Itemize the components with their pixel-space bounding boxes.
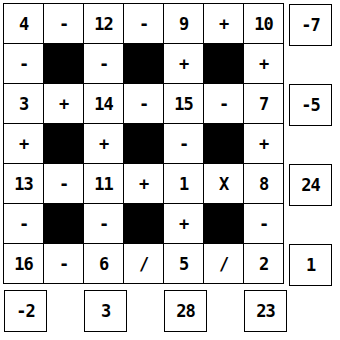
operator-cell-r2c7: + [244,44,283,83]
operator-cell-r4c5: - [164,124,203,163]
operator-cell-r7c6: / [204,244,243,283]
blocked-cell-r6c4 [124,204,163,243]
blocked-cell-r4c2 [44,124,83,163]
number-cell-r1c1: 4 [4,4,43,43]
row-result-1: -7 [289,4,332,46]
operator-cell-r5c4: + [124,164,163,203]
operator-cell-r2c1: - [4,44,43,83]
number-cell-r7c5: 5 [164,244,203,283]
operator-cell-r7c4: / [124,244,163,283]
number-cell-r5c1: 13 [4,164,43,203]
operator-cell-r2c5: + [164,44,203,83]
operator-cell-r5c2: - [44,164,83,203]
blocked-cell-r4c6 [204,124,243,163]
row-result-7: 1 [289,244,332,286]
operator-cell-r4c7: + [244,124,283,163]
crossmath-puzzle-board: 4-12-9+10--++3+14-15-7++-+13-11+1X8--+-1… [0,0,340,340]
blocked-cell-r2c2 [44,44,83,83]
number-cell-r3c3: 14 [84,84,123,123]
col-result-1: -2 [4,290,47,332]
operator-cell-r4c1: + [4,124,43,163]
number-cell-r3c7: 7 [244,84,283,123]
row-result-3: -5 [289,84,332,126]
col-result-7: 23 [244,290,287,332]
number-cell-r7c1: 16 [4,244,43,283]
number-cell-r5c3: 11 [84,164,123,203]
operator-cell-r6c3: - [84,204,123,243]
number-cell-r1c3: 12 [84,4,123,43]
row-result-5: 24 [289,164,332,206]
blocked-cell-r6c2 [44,204,83,243]
number-cell-r7c7: 2 [244,244,283,283]
number-cell-r5c7: 8 [244,164,283,203]
operator-cell-r7c2: - [44,244,83,283]
operator-cell-r6c1: - [4,204,43,243]
number-cell-r3c1: 3 [4,84,43,123]
operator-cell-r1c2: - [44,4,83,43]
operator-cell-r3c6: - [204,84,243,123]
col-result-3: 3 [84,290,127,332]
operator-cell-r6c5: + [164,204,203,243]
operator-cell-r3c4: - [124,84,163,123]
operator-cell-r3c2: + [44,84,83,123]
number-cell-r5c5: 1 [164,164,203,203]
col-result-5: 28 [164,290,207,332]
blocked-cell-r2c6 [204,44,243,83]
operator-cell-r1c4: - [124,4,163,43]
number-cell-r1c5: 9 [164,4,203,43]
number-cell-r3c5: 15 [164,84,203,123]
operator-cell-r6c7: - [244,204,283,243]
blocked-cell-r6c6 [204,204,243,243]
operator-cell-r1c6: + [204,4,243,43]
number-cell-r7c3: 6 [84,244,123,283]
blocked-cell-r2c4 [124,44,163,83]
number-cell-r1c7: 10 [244,4,283,43]
operator-cell-r4c3: + [84,124,123,163]
puzzle-grid: 4-12-9+10--++3+14-15-7++-+13-11+1X8--+-1… [3,3,284,284]
blocked-cell-r4c4 [124,124,163,163]
operator-cell-r2c3: - [84,44,123,83]
operator-cell-r5c6: X [204,164,243,203]
